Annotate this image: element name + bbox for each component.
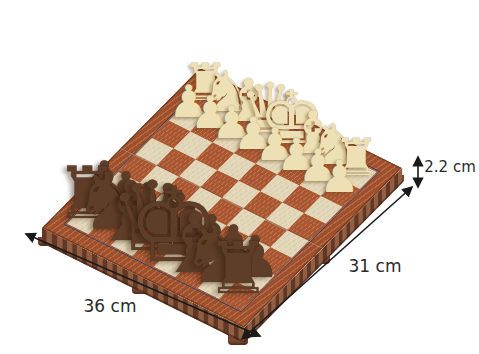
chess-board xyxy=(42,68,402,328)
depth-label: 31 cm xyxy=(349,256,402,276)
width-label: 36 cm xyxy=(84,296,137,316)
chess-set-photo: ♜♞♝♛♚♝♞♜♟♟♟♟♟♟♟♟♟♟♟♟♟♟♟♟♜♞♝♛♚♝♞♜ 36 cm 3… xyxy=(0,0,479,354)
thickness-label: 2.2 cm xyxy=(424,158,475,176)
